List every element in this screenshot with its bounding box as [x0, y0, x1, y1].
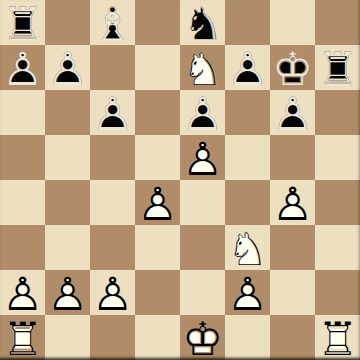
black-pawn: ♟♙: [182, 91, 223, 137]
square-b3[interactable]: [45, 225, 90, 270]
piece-outline-glyph: ♘: [182, 1, 223, 47]
square-g6[interactable]: ♟♙: [270, 90, 315, 135]
piece-outline-glyph: ♙: [47, 46, 88, 92]
square-d5[interactable]: [135, 135, 180, 180]
white-rook: ♜♖: [2, 316, 43, 360]
square-h6[interactable]: [315, 90, 360, 135]
piece-outline-glyph: ♙: [182, 136, 223, 182]
black-pawn: ♟♙: [272, 91, 313, 137]
square-h1[interactable]: ♜♖: [315, 315, 360, 360]
white-knight: ♞♘: [182, 46, 223, 92]
piece-outline-glyph: ♗: [92, 1, 133, 47]
square-b5[interactable]: [45, 135, 90, 180]
square-e2[interactable]: [180, 270, 225, 315]
piece-outline-glyph: ♙: [92, 271, 133, 317]
square-c6[interactable]: ♟♙: [90, 90, 135, 135]
square-a2[interactable]: ♟♙: [0, 270, 45, 315]
black-knight: ♞♘: [182, 1, 223, 47]
chess-video-frame: ♜♖♝♗♞♘♟♙♟♙♞♘♟♙♚♔♜♖♟♙♟♙♟♙♟♙♟♙♟♙♞♘♟♙♟♙♟♙♟♙…: [0, 0, 360, 360]
square-f7[interactable]: ♟♙: [225, 45, 270, 90]
black-pawn: ♟♙: [227, 46, 268, 92]
square-d3[interactable]: [135, 225, 180, 270]
square-e7[interactable]: ♞♘: [180, 45, 225, 90]
white-pawn: ♟♙: [2, 271, 43, 317]
square-f6[interactable]: [225, 90, 270, 135]
black-pawn: ♟♙: [2, 46, 43, 92]
square-c2[interactable]: ♟♙: [90, 270, 135, 315]
square-h3[interactable]: [315, 225, 360, 270]
black-pawn: ♟♙: [47, 46, 88, 92]
piece-outline-glyph: ♙: [2, 271, 43, 317]
square-c1[interactable]: [90, 315, 135, 360]
square-b7[interactable]: ♟♙: [45, 45, 90, 90]
white-rook: ♜♖: [317, 316, 358, 360]
square-d4[interactable]: ♟♙: [135, 180, 180, 225]
square-d6[interactable]: [135, 90, 180, 135]
square-f4[interactable]: [225, 180, 270, 225]
square-f3[interactable]: ♞♘: [225, 225, 270, 270]
square-g2[interactable]: [270, 270, 315, 315]
square-a4[interactable]: [0, 180, 45, 225]
piece-outline-glyph: ♘: [227, 226, 268, 272]
white-king: ♚♔: [182, 316, 223, 360]
square-g5[interactable]: [270, 135, 315, 180]
piece-outline-glyph: ♙: [2, 46, 43, 92]
piece-outline-glyph: ♙: [227, 46, 268, 92]
square-c3[interactable]: [90, 225, 135, 270]
square-g8[interactable]: [270, 0, 315, 45]
white-pawn: ♟♙: [137, 181, 178, 227]
square-g3[interactable]: [270, 225, 315, 270]
black-rook: ♜♖: [317, 46, 358, 92]
white-pawn: ♟♙: [92, 271, 133, 317]
square-b4[interactable]: [45, 180, 90, 225]
square-e3[interactable]: [180, 225, 225, 270]
piece-outline-glyph: ♘: [182, 46, 223, 92]
piece-outline-glyph: ♙: [47, 271, 88, 317]
square-b2[interactable]: ♟♙: [45, 270, 90, 315]
piece-outline-glyph: ♙: [182, 91, 223, 137]
square-b8[interactable]: [45, 0, 90, 45]
piece-outline-glyph: ♖: [2, 316, 43, 360]
piece-outline-glyph: ♙: [272, 91, 313, 137]
square-a1[interactable]: ♜♖: [0, 315, 45, 360]
piece-outline-glyph: ♖: [317, 316, 358, 360]
square-c4[interactable]: [90, 180, 135, 225]
square-d2[interactable]: [135, 270, 180, 315]
square-e6[interactable]: ♟♙: [180, 90, 225, 135]
square-a5[interactable]: [0, 135, 45, 180]
square-g7[interactable]: ♚♔: [270, 45, 315, 90]
white-pawn: ♟♙: [272, 181, 313, 227]
square-c7[interactable]: [90, 45, 135, 90]
piece-outline-glyph: ♙: [137, 181, 178, 227]
square-f2[interactable]: ♟♙: [225, 270, 270, 315]
piece-outline-glyph: ♔: [272, 46, 313, 92]
white-pawn: ♟♙: [227, 271, 268, 317]
square-a8[interactable]: ♜♖: [0, 0, 45, 45]
square-e4[interactable]: [180, 180, 225, 225]
square-f8[interactable]: [225, 0, 270, 45]
square-e1[interactable]: ♚♔: [180, 315, 225, 360]
square-c8[interactable]: ♝♗: [90, 0, 135, 45]
square-e8[interactable]: ♞♘: [180, 0, 225, 45]
square-d1[interactable]: [135, 315, 180, 360]
white-knight: ♞♘: [227, 226, 268, 272]
black-king: ♚♔: [272, 46, 313, 92]
piece-outline-glyph: ♖: [2, 1, 43, 47]
black-pawn: ♟♙: [92, 91, 133, 137]
piece-outline-glyph: ♙: [92, 91, 133, 137]
square-h7[interactable]: ♜♖: [315, 45, 360, 90]
piece-outline-glyph: ♖: [317, 46, 358, 92]
white-pawn: ♟♙: [47, 271, 88, 317]
square-d7[interactable]: [135, 45, 180, 90]
square-c5[interactable]: [90, 135, 135, 180]
square-b1[interactable]: [45, 315, 90, 360]
black-rook: ♜♖: [2, 1, 43, 47]
square-a7[interactable]: ♟♙: [0, 45, 45, 90]
square-g4[interactable]: ♟♙: [270, 180, 315, 225]
square-g1[interactable]: [270, 315, 315, 360]
chess-board: ♜♖♝♗♞♘♟♙♟♙♞♘♟♙♚♔♜♖♟♙♟♙♟♙♟♙♟♙♟♙♞♘♟♙♟♙♟♙♟♙…: [0, 0, 360, 360]
piece-outline-glyph: ♙: [227, 271, 268, 317]
square-f5[interactable]: [225, 135, 270, 180]
square-f1[interactable]: [225, 315, 270, 360]
piece-outline-glyph: ♙: [272, 181, 313, 227]
white-pawn: ♟♙: [182, 136, 223, 182]
square-h2[interactable]: [315, 270, 360, 315]
square-b6[interactable]: [45, 90, 90, 135]
square-h5[interactable]: [315, 135, 360, 180]
square-e5[interactable]: ♟♙: [180, 135, 225, 180]
piece-outline-glyph: ♔: [182, 316, 223, 360]
black-bishop: ♝♗: [92, 1, 133, 47]
square-a3[interactable]: [0, 225, 45, 270]
square-h4[interactable]: [315, 180, 360, 225]
square-h8[interactable]: [315, 0, 360, 45]
square-a6[interactable]: [0, 90, 45, 135]
square-d8[interactable]: [135, 0, 180, 45]
